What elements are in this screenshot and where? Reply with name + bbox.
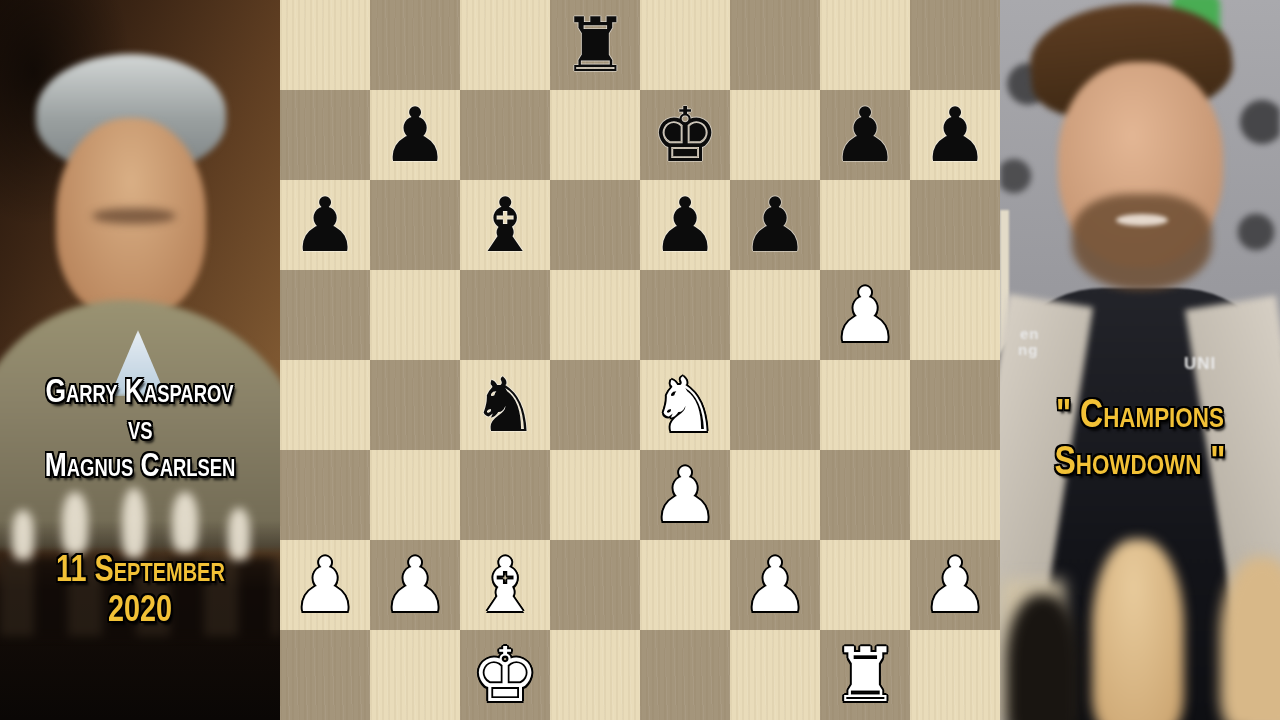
player2-name: Magnus Carlsen	[45, 446, 236, 483]
square-d3	[550, 450, 640, 540]
white-pawn: ♟	[831, 278, 898, 353]
black-pawn: ♟	[831, 98, 898, 173]
vs-label: vs	[128, 409, 153, 446]
square-d2	[550, 540, 640, 630]
thumbnail: Garry Kasparov vs Magnus Carlsen 11 Sept…	[0, 0, 1280, 720]
square-c4: ♞	[460, 360, 550, 450]
chess-board: ♜♟♚♟♟♟♝♟♟♟♞♞♟♟♟♝♟♟♚♜	[280, 0, 1000, 720]
sponsor-text-fragment: ng	[1018, 342, 1038, 357]
square-c7	[460, 90, 550, 180]
player1-name: Garry Kasparov	[46, 372, 234, 409]
square-b5	[370, 270, 460, 360]
black-pawn: ♟	[741, 188, 808, 263]
blurred-wooden-chess-piece	[1092, 539, 1184, 720]
sponsor-text-fragment: UNI	[1184, 356, 1216, 371]
square-c1: ♚	[460, 630, 550, 720]
blurred-pawn	[172, 492, 198, 552]
white-pawn: ♟	[291, 548, 358, 623]
square-a8	[280, 0, 370, 90]
white-knight: ♞	[651, 368, 718, 443]
square-f5	[730, 270, 820, 360]
square-e2	[640, 540, 730, 630]
carlsen-photo-panel: en ng UNI " Champions Showdown "	[1000, 0, 1280, 720]
square-a2: ♟	[280, 540, 370, 630]
square-d5	[550, 270, 640, 360]
square-a7	[280, 90, 370, 180]
square-d8: ♜	[550, 0, 640, 90]
event-line2: Showdown "	[1054, 437, 1225, 484]
square-f7	[730, 90, 820, 180]
square-e3: ♟	[640, 450, 730, 540]
black-pawn: ♟	[381, 98, 448, 173]
square-h8	[910, 0, 1000, 90]
square-e8	[640, 0, 730, 90]
black-pawn: ♟	[921, 98, 988, 173]
square-g4	[820, 360, 910, 450]
square-g2	[820, 540, 910, 630]
square-f1	[730, 630, 820, 720]
square-a6: ♟	[280, 180, 370, 270]
black-king: ♚	[651, 98, 718, 173]
date-line2: 2020	[108, 589, 172, 629]
square-c6: ♝	[460, 180, 550, 270]
square-g3	[820, 450, 910, 540]
white-king: ♚	[471, 638, 538, 713]
square-a3	[280, 450, 370, 540]
square-d4	[550, 360, 640, 450]
square-c3	[460, 450, 550, 540]
white-rook: ♜	[831, 638, 898, 713]
square-c2: ♝	[460, 540, 550, 630]
square-b8	[370, 0, 460, 90]
square-d7	[550, 90, 640, 180]
square-f2: ♟	[730, 540, 820, 630]
square-b1	[370, 630, 460, 720]
square-f8	[730, 0, 820, 90]
square-h3	[910, 450, 1000, 540]
kasparov-photo-panel: Garry Kasparov vs Magnus Carlsen 11 Sept…	[0, 0, 280, 720]
square-e5	[640, 270, 730, 360]
square-g7: ♟	[820, 90, 910, 180]
square-b4	[370, 360, 460, 450]
square-h2: ♟	[910, 540, 1000, 630]
square-g6	[820, 180, 910, 270]
square-e4: ♞	[640, 360, 730, 450]
white-bishop: ♝	[471, 548, 538, 623]
square-b3	[370, 450, 460, 540]
square-e7: ♚	[640, 90, 730, 180]
square-h7: ♟	[910, 90, 1000, 180]
blurred-pawn	[62, 492, 88, 554]
white-pawn: ♟	[381, 548, 448, 623]
square-b7: ♟	[370, 90, 460, 180]
black-pawn: ♟	[651, 188, 718, 263]
black-pawn: ♟	[291, 188, 358, 263]
square-b6	[370, 180, 460, 270]
square-b2: ♟	[370, 540, 460, 630]
square-h1	[910, 630, 1000, 720]
black-bishop: ♝	[471, 188, 538, 263]
blurred-wooden-chess-piece	[1220, 557, 1280, 720]
black-knight: ♞	[471, 368, 538, 443]
square-a4	[280, 360, 370, 450]
black-rook: ♜	[561, 8, 628, 83]
square-e1	[640, 630, 730, 720]
square-h6	[910, 180, 1000, 270]
date-line1: 11 September	[56, 549, 225, 589]
players-caption: Garry Kasparov vs Magnus Carlsen	[0, 372, 280, 483]
square-d6	[550, 180, 640, 270]
square-c8	[460, 0, 550, 90]
white-pawn: ♟	[741, 548, 808, 623]
white-pawn: ♟	[921, 548, 988, 623]
square-f3	[730, 450, 820, 540]
event-caption: " Champions Showdown "	[1000, 390, 1280, 484]
event-line1: " Champions	[1056, 390, 1224, 437]
square-g5: ♟	[820, 270, 910, 360]
square-f4	[730, 360, 820, 450]
carlsen-smile	[1116, 214, 1168, 226]
square-g8	[820, 0, 910, 90]
square-h5	[910, 270, 1000, 360]
square-h4	[910, 360, 1000, 450]
blurred-dark-chess-piece	[1006, 594, 1080, 720]
square-d1	[550, 630, 640, 720]
date-caption: 11 September 2020	[0, 549, 280, 629]
sponsor-text-fragment: en	[1020, 326, 1040, 341]
square-f6: ♟	[730, 180, 820, 270]
square-g1: ♜	[820, 630, 910, 720]
square-a5	[280, 270, 370, 360]
carlsen-beard	[1072, 194, 1212, 290]
square-e6: ♟	[640, 180, 730, 270]
square-c5	[460, 270, 550, 360]
kasparov-eyes-shadow	[92, 208, 176, 224]
square-a1	[280, 630, 370, 720]
white-pawn: ♟	[651, 458, 718, 533]
